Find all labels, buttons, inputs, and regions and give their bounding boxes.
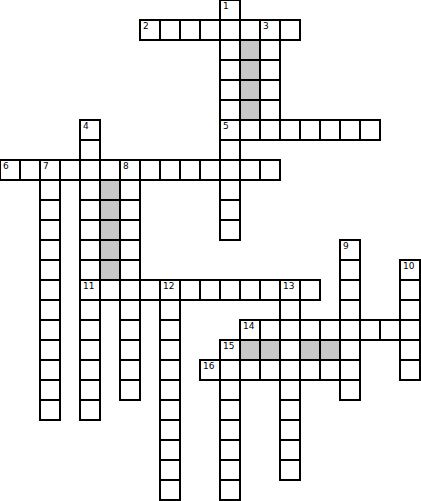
shaded-cell[interactable] bbox=[239, 99, 261, 121]
cell[interactable] bbox=[279, 119, 301, 141]
cell[interactable] bbox=[179, 159, 201, 181]
cell[interactable] bbox=[339, 319, 361, 341]
cell[interactable] bbox=[39, 379, 61, 401]
cell[interactable] bbox=[39, 179, 61, 201]
cell[interactable] bbox=[259, 119, 281, 141]
cell[interactable] bbox=[79, 179, 101, 201]
cell-number-16[interactable]: 16 bbox=[199, 359, 221, 381]
clue-number: 10 bbox=[403, 261, 414, 271]
cell[interactable] bbox=[339, 339, 361, 361]
cell[interactable] bbox=[199, 159, 221, 181]
cell[interactable] bbox=[219, 139, 241, 161]
cell[interactable] bbox=[39, 359, 61, 381]
cell[interactable] bbox=[259, 279, 281, 301]
cell[interactable] bbox=[159, 379, 181, 401]
cell[interactable] bbox=[219, 439, 241, 461]
cell[interactable] bbox=[39, 239, 61, 261]
cell[interactable] bbox=[39, 219, 61, 241]
cell[interactable] bbox=[219, 419, 241, 441]
cell-number-15[interactable]: 15 bbox=[219, 339, 241, 361]
cell[interactable] bbox=[39, 299, 61, 321]
cell[interactable] bbox=[39, 319, 61, 341]
clue-number: 11 bbox=[83, 281, 94, 291]
cell[interactable] bbox=[119, 219, 141, 241]
cell[interactable] bbox=[279, 19, 301, 41]
cell[interactable] bbox=[219, 459, 241, 481]
cell[interactable] bbox=[279, 339, 301, 361]
clue-number: 12 bbox=[163, 281, 174, 291]
cell[interactable] bbox=[79, 319, 101, 341]
cell[interactable] bbox=[159, 319, 181, 341]
cell[interactable] bbox=[79, 139, 101, 161]
cell[interactable] bbox=[299, 319, 321, 341]
cell[interactable] bbox=[39, 399, 61, 421]
cell[interactable] bbox=[219, 279, 241, 301]
cell[interactable] bbox=[179, 279, 201, 301]
cell[interactable] bbox=[159, 399, 181, 421]
shaded-cell[interactable] bbox=[239, 39, 261, 61]
cell-number-8[interactable]: 8 bbox=[119, 159, 141, 181]
cell[interactable] bbox=[299, 119, 321, 141]
shaded-cell[interactable] bbox=[239, 339, 261, 361]
cell[interactable] bbox=[399, 339, 421, 361]
cell[interactable] bbox=[399, 359, 421, 381]
clue-number: 1 bbox=[223, 1, 229, 11]
cell[interactable] bbox=[259, 79, 281, 101]
clue-number: 7 bbox=[43, 161, 49, 171]
cell[interactable] bbox=[79, 399, 101, 421]
shaded-cell[interactable] bbox=[99, 179, 121, 201]
cell[interactable] bbox=[339, 359, 361, 381]
cell[interactable] bbox=[219, 179, 241, 201]
cell-number-5[interactable]: 5 bbox=[219, 119, 241, 141]
cell[interactable] bbox=[159, 299, 181, 321]
cell[interactable] bbox=[219, 199, 241, 221]
shaded-cell[interactable] bbox=[99, 239, 121, 261]
shaded-cell[interactable] bbox=[259, 339, 281, 361]
cell[interactable] bbox=[359, 319, 381, 341]
cell[interactable] bbox=[339, 299, 361, 321]
cell-number-9[interactable]: 9 bbox=[339, 239, 361, 261]
cell-number-12[interactable]: 12 bbox=[159, 279, 181, 301]
cell[interactable] bbox=[339, 259, 361, 281]
clue-number: 5 bbox=[223, 121, 229, 131]
cell[interactable] bbox=[39, 279, 61, 301]
cell[interactable] bbox=[79, 379, 101, 401]
cell[interactable] bbox=[159, 439, 181, 461]
cell[interactable] bbox=[199, 19, 221, 41]
cell[interactable] bbox=[159, 419, 181, 441]
cell[interactable] bbox=[119, 359, 141, 381]
cell[interactable] bbox=[159, 19, 181, 41]
crossword-worksheet: 12345678910111213141516 bbox=[0, 0, 421, 501]
cell[interactable] bbox=[319, 319, 341, 341]
cell[interactable] bbox=[79, 199, 101, 221]
cell[interactable] bbox=[219, 479, 241, 501]
clue-number: 4 bbox=[83, 121, 89, 131]
cell[interactable] bbox=[79, 239, 101, 261]
cell[interactable] bbox=[119, 379, 141, 401]
cell[interactable] bbox=[119, 239, 141, 261]
clue-number: 8 bbox=[123, 161, 129, 171]
cell-number-1[interactable]: 1 bbox=[219, 0, 241, 21]
cell[interactable] bbox=[239, 279, 261, 301]
cell[interactable] bbox=[219, 99, 241, 121]
cell[interactable] bbox=[39, 199, 61, 221]
clue-number: 6 bbox=[3, 161, 9, 171]
clue-number: 16 bbox=[203, 361, 214, 371]
cell[interactable] bbox=[19, 159, 41, 181]
cell[interactable] bbox=[79, 339, 101, 361]
crossword-grid: 12345678910111213141516 bbox=[0, 0, 421, 501]
cell[interactable] bbox=[279, 439, 301, 461]
cell[interactable] bbox=[79, 159, 101, 181]
cell[interactable] bbox=[399, 319, 421, 341]
clue-number: 2 bbox=[143, 21, 149, 31]
cell[interactable] bbox=[159, 459, 181, 481]
cell-number-10[interactable]: 10 bbox=[399, 259, 421, 281]
cell[interactable] bbox=[279, 459, 301, 481]
cell-number-6[interactable]: 6 bbox=[0, 159, 21, 181]
cell-number-13[interactable]: 13 bbox=[279, 279, 301, 301]
cell[interactable] bbox=[99, 279, 121, 301]
cell[interactable] bbox=[159, 359, 181, 381]
cell[interactable] bbox=[339, 119, 361, 141]
cell[interactable] bbox=[219, 159, 241, 181]
cell[interactable] bbox=[379, 319, 401, 341]
cell[interactable] bbox=[179, 19, 201, 41]
cell-number-2[interactable]: 2 bbox=[139, 19, 161, 41]
clue-number: 14 bbox=[243, 321, 254, 331]
cell[interactable] bbox=[319, 359, 341, 381]
cell-number-3[interactable]: 3 bbox=[259, 19, 281, 41]
cell[interactable] bbox=[299, 359, 321, 381]
cell-number-14[interactable]: 14 bbox=[239, 319, 261, 341]
cell[interactable] bbox=[339, 379, 361, 401]
cell[interactable] bbox=[279, 379, 301, 401]
cell[interactable] bbox=[219, 379, 241, 401]
cell[interactable] bbox=[139, 159, 161, 181]
clue-number: 13 bbox=[283, 281, 294, 291]
cell[interactable] bbox=[359, 119, 381, 141]
cell[interactable] bbox=[259, 39, 281, 61]
cell[interactable] bbox=[239, 119, 261, 141]
cell[interactable] bbox=[299, 279, 321, 301]
cell[interactable] bbox=[279, 359, 301, 381]
shaded-cell[interactable] bbox=[99, 219, 121, 241]
cell[interactable] bbox=[279, 419, 301, 441]
cell[interactable] bbox=[399, 279, 421, 301]
cell[interactable] bbox=[259, 59, 281, 81]
cell[interactable] bbox=[159, 479, 181, 501]
cell[interactable] bbox=[259, 359, 281, 381]
cell[interactable] bbox=[39, 339, 61, 361]
cell[interactable] bbox=[119, 319, 141, 341]
shaded-cell[interactable] bbox=[239, 59, 261, 81]
cell[interactable] bbox=[219, 19, 241, 41]
cell[interactable] bbox=[279, 399, 301, 421]
cell[interactable] bbox=[119, 179, 141, 201]
cell[interactable] bbox=[279, 299, 301, 321]
cell[interactable] bbox=[119, 299, 141, 321]
cell[interactable] bbox=[219, 79, 241, 101]
cell[interactable] bbox=[239, 159, 261, 181]
cell[interactable] bbox=[399, 299, 421, 321]
cell[interactable] bbox=[239, 359, 261, 381]
cell[interactable] bbox=[159, 339, 181, 361]
cell[interactable] bbox=[159, 159, 181, 181]
cell[interactable] bbox=[99, 159, 121, 181]
cell[interactable] bbox=[79, 359, 101, 381]
cell[interactable] bbox=[79, 219, 101, 241]
cell-number-4[interactable]: 4 bbox=[79, 119, 101, 141]
cell[interactable] bbox=[259, 99, 281, 121]
cell[interactable] bbox=[119, 259, 141, 281]
cell[interactable] bbox=[239, 19, 261, 41]
cell[interactable] bbox=[119, 199, 141, 221]
cell[interactable] bbox=[259, 159, 281, 181]
cell[interactable] bbox=[79, 259, 101, 281]
clue-number: 3 bbox=[263, 21, 269, 31]
cell[interactable] bbox=[199, 279, 221, 301]
cell-number-11[interactable]: 11 bbox=[79, 279, 101, 301]
cell[interactable] bbox=[219, 59, 241, 81]
cell[interactable] bbox=[79, 299, 101, 321]
clue-number: 15 bbox=[223, 341, 234, 351]
clue-number: 9 bbox=[343, 241, 349, 251]
cell[interactable] bbox=[39, 259, 61, 281]
cell[interactable] bbox=[219, 39, 241, 61]
cell[interactable] bbox=[339, 279, 361, 301]
cell[interactable] bbox=[219, 399, 241, 421]
cell[interactable] bbox=[259, 319, 281, 341]
cell[interactable] bbox=[119, 339, 141, 361]
shaded-cell[interactable] bbox=[99, 199, 121, 221]
shaded-cell[interactable] bbox=[299, 339, 321, 361]
cell-number-7[interactable]: 7 bbox=[39, 159, 61, 181]
shaded-cell[interactable] bbox=[319, 339, 341, 361]
cell[interactable] bbox=[59, 159, 81, 181]
cell[interactable] bbox=[279, 319, 301, 341]
shaded-cell[interactable] bbox=[99, 259, 121, 281]
cell[interactable] bbox=[319, 119, 341, 141]
shaded-cell[interactable] bbox=[239, 79, 261, 101]
cell[interactable] bbox=[219, 359, 241, 381]
cell[interactable] bbox=[139, 279, 161, 301]
cell[interactable] bbox=[119, 279, 141, 301]
cell[interactable] bbox=[219, 219, 241, 241]
